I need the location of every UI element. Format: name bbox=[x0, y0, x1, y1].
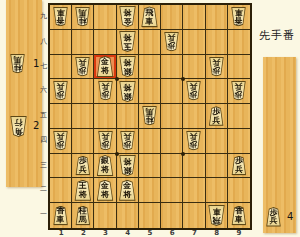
square-6二 bbox=[161, 178, 183, 203]
piece-歩兵: 歩兵 bbox=[164, 32, 179, 52]
square-2三: 歩兵 bbox=[72, 154, 94, 179]
square-8七: 歩兵 bbox=[206, 55, 228, 80]
piece-kanji: 歩兵 bbox=[101, 131, 110, 149]
file-label: 4 bbox=[123, 229, 132, 237]
piece-kanji: 歩兵 bbox=[234, 158, 243, 176]
shogi-board: 香車桂馬金将飛車香車玉将歩兵歩兵金将銀将歩兵歩兵歩兵銀将歩兵歩兵桂馬歩兵歩兵歩兵… bbox=[48, 3, 252, 230]
piece-kanji: 銀将 bbox=[123, 57, 132, 75]
piece-kanji: 香車 bbox=[234, 208, 243, 226]
square-2七: 歩兵 bbox=[72, 55, 94, 80]
square-6六 bbox=[161, 79, 183, 104]
piece-kanji: 金将 bbox=[101, 182, 110, 200]
piece-kanji: 金将 bbox=[101, 58, 110, 76]
square-3三: 銀将 bbox=[94, 154, 116, 179]
square-3八 bbox=[94, 30, 116, 55]
piece-歩兵: 歩兵 bbox=[75, 156, 90, 176]
square-8五: 歩兵 bbox=[206, 104, 228, 129]
square-4一 bbox=[117, 203, 139, 228]
piece-歩兵: 歩兵 bbox=[98, 81, 113, 101]
piece-飛車: 飛車 bbox=[208, 205, 225, 226]
square-5三 bbox=[139, 154, 161, 179]
square-4三: 銀将 bbox=[117, 154, 139, 179]
piece-kanji: 香車 bbox=[56, 7, 65, 25]
hand-count: 1 bbox=[33, 58, 39, 69]
square-2八 bbox=[72, 30, 94, 55]
square-5七 bbox=[139, 55, 161, 80]
piece-歩兵: 歩兵 bbox=[186, 81, 201, 101]
square-1七 bbox=[50, 55, 72, 80]
square-3二: 金将 bbox=[94, 178, 116, 203]
square-1二 bbox=[50, 178, 72, 203]
square-3九 bbox=[94, 5, 116, 30]
square-5九: 飛車 bbox=[139, 5, 161, 30]
piece-kanji: 銀将 bbox=[101, 158, 110, 176]
piece-香車: 香車 bbox=[231, 7, 246, 27]
square-6一 bbox=[161, 203, 183, 228]
piece-kanji: 歩兵 bbox=[189, 131, 198, 149]
rank-label: 七 bbox=[39, 61, 48, 71]
piece-金将: 金将 bbox=[97, 56, 114, 77]
piece-飛車: 飛車 bbox=[141, 6, 158, 27]
piece-歩兵: 歩兵 bbox=[53, 131, 68, 151]
piece-香車: 香車 bbox=[53, 206, 68, 226]
square-6七 bbox=[161, 55, 183, 80]
sente-hand-tray bbox=[6, 0, 42, 187]
square-1九: 香車 bbox=[50, 5, 72, 30]
square-5二 bbox=[139, 178, 161, 203]
square-3一 bbox=[94, 203, 116, 228]
square-9七 bbox=[228, 55, 250, 80]
piece-kanji: 歩兵 bbox=[167, 32, 176, 50]
square-6五 bbox=[161, 104, 183, 129]
square-2六 bbox=[72, 79, 94, 104]
square-5一 bbox=[139, 203, 161, 228]
piece-玉将: 玉将 bbox=[119, 31, 136, 52]
piece-kanji: 王将 bbox=[78, 182, 87, 200]
square-2九: 桂馬 bbox=[72, 5, 94, 30]
square-8三 bbox=[206, 154, 228, 179]
rank-label: 六 bbox=[39, 85, 48, 95]
square-9一: 香車 bbox=[228, 203, 250, 228]
square-1五 bbox=[50, 104, 72, 129]
square-3五 bbox=[94, 104, 116, 129]
square-2二: 王将 bbox=[72, 178, 94, 203]
piece-王将: 王将 bbox=[74, 180, 91, 201]
piece-kanji: 歩兵 bbox=[78, 57, 87, 75]
square-7七 bbox=[183, 55, 205, 80]
piece-kanji: 飛車 bbox=[145, 9, 154, 27]
square-2四 bbox=[72, 129, 94, 154]
square-8八 bbox=[206, 30, 228, 55]
piece-kanji: 歩兵 bbox=[212, 57, 221, 75]
gote-hand-tray bbox=[263, 57, 296, 233]
piece-kanji: 銀将 bbox=[123, 82, 132, 100]
square-8二 bbox=[206, 178, 228, 203]
square-5五: 桂馬 bbox=[139, 104, 161, 129]
square-9六: 歩兵 bbox=[228, 79, 250, 104]
piece-桂馬: 桂馬 bbox=[142, 106, 157, 126]
file-label: 2 bbox=[79, 229, 88, 237]
rank-label: 三 bbox=[39, 160, 48, 170]
piece-桂馬: 桂馬 bbox=[75, 206, 90, 226]
piece-歩兵: 歩兵 bbox=[75, 57, 90, 77]
piece-kanji: 銀将 bbox=[123, 156, 132, 174]
square-5四 bbox=[139, 129, 161, 154]
square-9九: 香車 bbox=[228, 5, 250, 30]
square-4四: 歩兵 bbox=[117, 129, 139, 154]
square-9三: 歩兵 bbox=[228, 154, 250, 179]
piece-銀将: 銀将 bbox=[97, 155, 114, 176]
square-1六: 歩兵 bbox=[50, 79, 72, 104]
square-7五 bbox=[183, 104, 205, 129]
rank-label: 五 bbox=[39, 110, 48, 120]
square-4五 bbox=[117, 104, 139, 129]
piece-kanji: 桂馬 bbox=[145, 106, 154, 124]
square-2五 bbox=[72, 104, 94, 129]
piece-桂馬: 桂馬 bbox=[75, 7, 90, 27]
piece-kanji: 歩兵 bbox=[78, 158, 87, 176]
piece-kanji: 歩兵 bbox=[123, 131, 132, 149]
piece-kanji: 金将 bbox=[123, 7, 132, 25]
square-3四: 歩兵 bbox=[94, 129, 116, 154]
piece-歩兵: 歩兵 bbox=[186, 131, 201, 151]
piece-kanji: 角行 bbox=[14, 117, 23, 135]
square-5六 bbox=[139, 79, 161, 104]
piece-kanji: 歩兵 bbox=[56, 131, 65, 149]
square-9八 bbox=[228, 30, 250, 55]
piece-kanji: 歩兵 bbox=[101, 82, 110, 100]
file-label: 7 bbox=[190, 229, 199, 237]
square-3七: 金将 bbox=[94, 55, 116, 80]
rank-label: 八 bbox=[39, 36, 48, 46]
square-7二 bbox=[183, 178, 205, 203]
square-3六: 歩兵 bbox=[94, 79, 116, 104]
rank-label: 九 bbox=[39, 11, 48, 21]
piece-kanji: 歩兵 bbox=[189, 82, 198, 100]
piece-kanji: 香車 bbox=[234, 7, 243, 25]
piece-kanji: 桂馬 bbox=[78, 7, 87, 25]
file-label: 6 bbox=[168, 229, 177, 237]
square-8一: 飛車 bbox=[206, 203, 228, 228]
rank-label: 四 bbox=[39, 135, 48, 145]
square-4八: 玉将 bbox=[117, 30, 139, 55]
square-7八 bbox=[183, 30, 205, 55]
piece-kanji: 歩兵 bbox=[212, 108, 221, 126]
square-8六 bbox=[206, 79, 228, 104]
square-6八: 歩兵 bbox=[161, 30, 183, 55]
hand-count: 2 bbox=[33, 120, 39, 131]
square-1八 bbox=[50, 30, 72, 55]
file-label: 3 bbox=[101, 229, 110, 237]
square-9二 bbox=[228, 178, 250, 203]
piece-銀将: 銀将 bbox=[119, 56, 136, 77]
square-6三 bbox=[161, 154, 183, 179]
piece-銀将: 銀将 bbox=[119, 155, 136, 176]
square-4九: 金将 bbox=[117, 5, 139, 30]
turn-indicator: 先手番 bbox=[259, 28, 295, 43]
square-7四: 歩兵 bbox=[183, 129, 205, 154]
file-label: 8 bbox=[212, 229, 221, 237]
square-7三 bbox=[183, 154, 205, 179]
square-9五 bbox=[228, 104, 250, 129]
square-4六: 銀将 bbox=[117, 79, 139, 104]
piece-歩兵: 歩兵 bbox=[120, 131, 135, 151]
piece-kanji: 歩兵 bbox=[269, 209, 278, 227]
piece-銀将: 銀将 bbox=[119, 81, 136, 102]
file-label: 9 bbox=[234, 229, 243, 237]
piece-kanji: 飛車 bbox=[212, 206, 221, 224]
square-7九 bbox=[183, 5, 205, 30]
piece-歩兵: 歩兵 bbox=[231, 156, 246, 176]
piece-金将: 金将 bbox=[119, 180, 136, 201]
piece-kanji: 香車 bbox=[56, 208, 65, 226]
square-4七: 銀将 bbox=[117, 55, 139, 80]
square-6九 bbox=[161, 5, 183, 30]
file-label: 5 bbox=[145, 229, 154, 237]
piece-kanji: 金将 bbox=[123, 182, 132, 200]
piece-金将: 金将 bbox=[119, 6, 136, 27]
piece-kanji: 桂馬 bbox=[13, 54, 22, 72]
piece-香車: 香車 bbox=[231, 206, 246, 226]
piece-歩兵: 歩兵 bbox=[231, 81, 246, 101]
square-8四 bbox=[206, 129, 228, 154]
square-5八 bbox=[139, 30, 161, 55]
piece-kanji: 桂馬 bbox=[78, 208, 87, 226]
hoshi-dot bbox=[115, 152, 119, 156]
hand-count: 4 bbox=[287, 211, 293, 222]
rank-label: 二 bbox=[39, 184, 48, 194]
square-7六: 歩兵 bbox=[183, 79, 205, 104]
shogi-diagram: { "game": "shogi", "meta": { "turn_label… bbox=[0, 0, 300, 237]
square-1四: 歩兵 bbox=[50, 129, 72, 154]
piece-kanji: 歩兵 bbox=[234, 82, 243, 100]
piece-kanji: 歩兵 bbox=[56, 82, 65, 100]
piece-kanji: 玉将 bbox=[123, 32, 132, 50]
rank-label: 一 bbox=[39, 209, 48, 219]
square-4二: 金将 bbox=[117, 178, 139, 203]
piece-歩兵: 歩兵 bbox=[209, 57, 224, 77]
square-1三 bbox=[50, 154, 72, 179]
piece-金将: 金将 bbox=[97, 180, 114, 201]
piece-歩兵: 歩兵 bbox=[98, 131, 113, 151]
square-1一: 香車 bbox=[50, 203, 72, 228]
square-9四 bbox=[228, 129, 250, 154]
piece-歩兵: 歩兵 bbox=[209, 106, 224, 126]
square-6四 bbox=[161, 129, 183, 154]
square-7一 bbox=[183, 203, 205, 228]
square-2一: 桂馬 bbox=[72, 203, 94, 228]
piece-歩兵: 歩兵 bbox=[53, 81, 68, 101]
file-label: 1 bbox=[57, 229, 66, 237]
square-8九 bbox=[206, 5, 228, 30]
piece-香車: 香車 bbox=[53, 7, 68, 27]
